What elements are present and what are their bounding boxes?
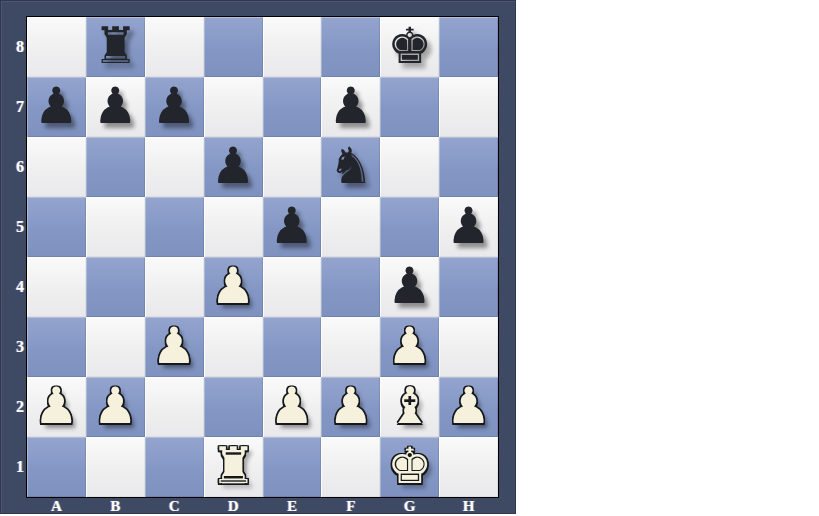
square-a4[interactable] (27, 257, 86, 317)
square-g4[interactable]: ♟ (380, 257, 439, 317)
square-h2[interactable]: ♟ (439, 377, 498, 437)
piece-black-pawn[interactable]: ♟ (446, 196, 491, 256)
square-b6[interactable] (86, 137, 145, 197)
square-e4[interactable] (263, 257, 322, 317)
square-h4[interactable] (439, 257, 498, 317)
rank-labels: 87654321 (0, 17, 24, 497)
piece-white-pawn[interactable]: ♟ (152, 316, 197, 376)
square-d6[interactable]: ♟ (204, 137, 263, 197)
piece-black-pawn[interactable]: ♟ (211, 136, 256, 196)
rank-label-6: 6 (0, 137, 24, 197)
rank-label-2: 2 (0, 377, 24, 437)
square-c1[interactable] (145, 437, 204, 497)
square-g1[interactable]: ♚ (380, 437, 439, 497)
square-c3[interactable]: ♟ (145, 317, 204, 377)
square-d7[interactable] (204, 77, 263, 137)
square-c6[interactable] (145, 137, 204, 197)
file-label-h: H (439, 499, 498, 514)
page-background: { "game": "chess", "position": "1r4k1/pp… (0, 0, 819, 516)
square-c7[interactable]: ♟ (145, 77, 204, 137)
piece-white-rook[interactable]: ♜ (211, 436, 256, 496)
piece-black-pawn[interactable]: ♟ (93, 76, 138, 136)
square-a2[interactable]: ♟ (27, 377, 86, 437)
piece-black-pawn[interactable]: ♟ (34, 76, 79, 136)
square-a6[interactable] (27, 137, 86, 197)
square-h8[interactable] (439, 17, 498, 77)
square-g3[interactable]: ♟ (380, 317, 439, 377)
square-g7[interactable] (380, 77, 439, 137)
square-c5[interactable] (145, 197, 204, 257)
square-b5[interactable] (86, 197, 145, 257)
file-label-b: B (86, 499, 145, 514)
square-d1[interactable]: ♜ (204, 437, 263, 497)
piece-black-pawn[interactable]: ♟ (387, 256, 432, 316)
file-label-c: C (145, 499, 204, 514)
square-d3[interactable] (204, 317, 263, 377)
square-d5[interactable] (204, 197, 263, 257)
file-labels: ABCDEFGH (27, 499, 498, 514)
square-d4[interactable]: ♟ (204, 257, 263, 317)
chess-board: 87654321 ♜♚♟♟♟♟♟♞♟♟♟♟♟♟♟♟♟♟♝♟♜♚ ABCDEFGH (0, 0, 516, 514)
square-a1[interactable] (27, 437, 86, 497)
square-d2[interactable] (204, 377, 263, 437)
square-a8[interactable] (27, 17, 86, 77)
square-h7[interactable] (439, 77, 498, 137)
square-h3[interactable] (439, 317, 498, 377)
square-e3[interactable] (263, 317, 322, 377)
piece-black-pawn[interactable]: ♟ (152, 76, 197, 136)
square-f7[interactable]: ♟ (321, 77, 380, 137)
square-h6[interactable] (439, 137, 498, 197)
piece-white-pawn[interactable]: ♟ (387, 316, 432, 376)
square-c4[interactable] (145, 257, 204, 317)
square-g2[interactable]: ♝ (380, 377, 439, 437)
square-e1[interactable] (263, 437, 322, 497)
piece-white-pawn[interactable]: ♟ (211, 256, 256, 316)
file-label-f: F (321, 499, 380, 514)
square-b1[interactable] (86, 437, 145, 497)
piece-black-king[interactable]: ♚ (387, 16, 432, 76)
piece-white-king[interactable]: ♚ (387, 436, 432, 496)
square-f3[interactable] (321, 317, 380, 377)
square-e8[interactable] (263, 17, 322, 77)
square-g5[interactable] (380, 197, 439, 257)
square-f6[interactable]: ♞ (321, 137, 380, 197)
piece-white-pawn[interactable]: ♟ (270, 376, 315, 436)
piece-white-bishop[interactable]: ♝ (387, 376, 432, 436)
square-b8[interactable]: ♜ (86, 17, 145, 77)
file-label-e: E (263, 499, 322, 514)
piece-black-knight[interactable]: ♞ (328, 136, 373, 196)
file-label-d: D (204, 499, 263, 514)
square-f4[interactable] (321, 257, 380, 317)
piece-black-rook[interactable]: ♜ (93, 16, 138, 76)
square-c2[interactable] (145, 377, 204, 437)
square-e2[interactable]: ♟ (263, 377, 322, 437)
square-h1[interactable] (439, 437, 498, 497)
piece-white-pawn[interactable]: ♟ (446, 376, 491, 436)
square-b7[interactable]: ♟ (86, 77, 145, 137)
file-label-a: A (27, 499, 86, 514)
rank-label-5: 5 (0, 197, 24, 257)
square-e6[interactable] (263, 137, 322, 197)
square-b2[interactable]: ♟ (86, 377, 145, 437)
square-a3[interactable] (27, 317, 86, 377)
square-b3[interactable] (86, 317, 145, 377)
piece-white-pawn[interactable]: ♟ (93, 376, 138, 436)
piece-white-pawn[interactable]: ♟ (34, 376, 79, 436)
square-e7[interactable] (263, 77, 322, 137)
square-a7[interactable]: ♟ (27, 77, 86, 137)
board-grid: ♜♚♟♟♟♟♟♞♟♟♟♟♟♟♟♟♟♟♝♟♜♚ (27, 17, 498, 497)
file-label-g: G (380, 499, 439, 514)
square-c8[interactable] (145, 17, 204, 77)
square-b4[interactable] (86, 257, 145, 317)
board-squares-area: ♜♚♟♟♟♟♟♞♟♟♟♟♟♟♟♟♟♟♝♟♜♚ (26, 16, 499, 498)
square-a5[interactable] (27, 197, 86, 257)
rank-label-3: 3 (0, 317, 24, 377)
square-f2[interactable]: ♟ (321, 377, 380, 437)
rank-label-4: 4 (0, 257, 24, 317)
square-e5[interactable]: ♟ (263, 197, 322, 257)
square-f1[interactable] (321, 437, 380, 497)
square-d8[interactable] (204, 17, 263, 77)
rank-label-7: 7 (0, 77, 24, 137)
rank-label-1: 1 (0, 437, 24, 497)
square-g6[interactable] (380, 137, 439, 197)
piece-black-pawn[interactable]: ♟ (328, 76, 373, 136)
square-f8[interactable] (321, 17, 380, 77)
piece-white-pawn[interactable]: ♟ (328, 376, 373, 436)
rank-label-8: 8 (0, 17, 24, 77)
square-h5[interactable]: ♟ (439, 197, 498, 257)
piece-black-pawn[interactable]: ♟ (270, 196, 315, 256)
square-g8[interactable]: ♚ (380, 17, 439, 77)
square-f5[interactable] (321, 197, 380, 257)
